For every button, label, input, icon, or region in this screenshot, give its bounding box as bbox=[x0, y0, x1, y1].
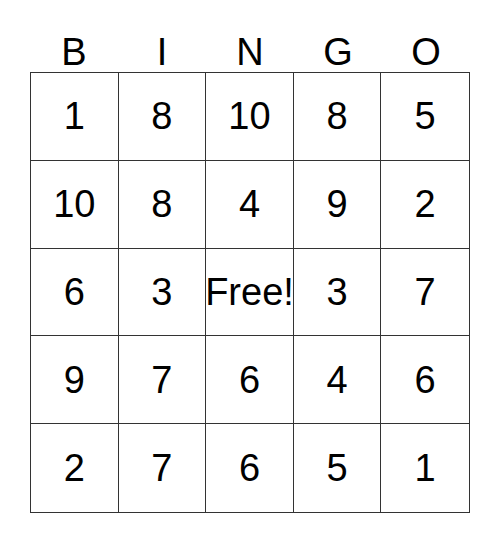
cell-r1c5[interactable]: 5 bbox=[381, 73, 469, 161]
cell-r3c5[interactable]: 7 bbox=[381, 249, 469, 337]
header-letter-o: O bbox=[382, 0, 470, 72]
bingo-card: B I N G O 1 8 10 8 5 10 8 4 9 2 6 3 Free… bbox=[30, 0, 470, 513]
header-letter-n: N bbox=[206, 0, 294, 72]
cell-r2c5[interactable]: 2 bbox=[381, 161, 469, 249]
cell-r2c3[interactable]: 4 bbox=[206, 161, 294, 249]
cell-r3c3-free[interactable]: Free! bbox=[206, 249, 294, 337]
cell-r3c1[interactable]: 6 bbox=[31, 249, 119, 337]
cell-r1c1[interactable]: 1 bbox=[31, 73, 119, 161]
cell-r5c4[interactable]: 5 bbox=[294, 424, 382, 512]
cell-r2c2[interactable]: 8 bbox=[119, 161, 207, 249]
cell-r2c1[interactable]: 10 bbox=[31, 161, 119, 249]
bingo-page: B I N G O 1 8 10 8 5 10 8 4 9 2 6 3 Free… bbox=[0, 0, 500, 544]
header-letter-i: I bbox=[118, 0, 206, 72]
cell-r3c4[interactable]: 3 bbox=[294, 249, 382, 337]
cell-r1c2[interactable]: 8 bbox=[119, 73, 207, 161]
cell-r4c4[interactable]: 4 bbox=[294, 336, 382, 424]
header-letter-b: B bbox=[30, 0, 118, 72]
cell-r2c4[interactable]: 9 bbox=[294, 161, 382, 249]
cell-r3c2[interactable]: 3 bbox=[119, 249, 207, 337]
cell-r4c1[interactable]: 9 bbox=[31, 336, 119, 424]
cell-r4c3[interactable]: 6 bbox=[206, 336, 294, 424]
cell-r5c3[interactable]: 6 bbox=[206, 424, 294, 512]
cell-r5c5[interactable]: 1 bbox=[381, 424, 469, 512]
bingo-board: 1 8 10 8 5 10 8 4 9 2 6 3 Free! 3 7 9 7 … bbox=[30, 72, 470, 513]
cell-r4c2[interactable]: 7 bbox=[119, 336, 207, 424]
cell-r5c1[interactable]: 2 bbox=[31, 424, 119, 512]
bingo-header: B I N G O bbox=[30, 0, 470, 72]
cell-r1c4[interactable]: 8 bbox=[294, 73, 382, 161]
cell-r4c5[interactable]: 6 bbox=[381, 336, 469, 424]
header-letter-g: G bbox=[294, 0, 382, 72]
cell-r1c3[interactable]: 10 bbox=[206, 73, 294, 161]
cell-r5c2[interactable]: 7 bbox=[119, 424, 207, 512]
